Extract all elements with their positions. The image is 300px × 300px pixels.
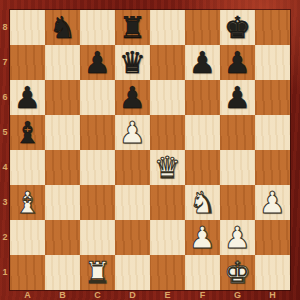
square-e5[interactable]	[150, 115, 185, 150]
file-label-f: F	[185, 290, 220, 300]
piece-black-knight: ♞	[49, 10, 76, 45]
square-h6[interactable]	[255, 80, 290, 115]
square-d7[interactable]: ♛	[115, 45, 150, 80]
rank-label-7: 7	[0, 45, 10, 80]
square-f7[interactable]: ♟	[185, 45, 220, 80]
square-f2[interactable]: ♟	[185, 220, 220, 255]
square-b7[interactable]	[45, 45, 80, 80]
rank-label-2: 2	[0, 220, 10, 255]
square-e2[interactable]	[150, 220, 185, 255]
file-label-a: A	[10, 290, 45, 300]
piece-black-bishop: ♝	[14, 115, 41, 150]
file-label-c: C	[80, 290, 115, 300]
square-e1[interactable]	[150, 255, 185, 290]
square-b2[interactable]	[45, 220, 80, 255]
square-a6[interactable]: ♟	[10, 80, 45, 115]
piece-black-rook: ♜	[119, 10, 146, 45]
square-e3[interactable]	[150, 185, 185, 220]
piece-white-pawn: ♟	[259, 185, 286, 220]
square-g6[interactable]: ♟	[220, 80, 255, 115]
square-b1[interactable]	[45, 255, 80, 290]
square-f5[interactable]	[185, 115, 220, 150]
file-label-d: D	[115, 290, 150, 300]
square-b8[interactable]: ♞	[45, 10, 80, 45]
rank-label-3: 3	[0, 185, 10, 220]
square-e4[interactable]: ♛	[150, 150, 185, 185]
square-f8[interactable]	[185, 10, 220, 45]
square-h2[interactable]	[255, 220, 290, 255]
piece-black-queen: ♛	[119, 45, 146, 80]
square-b3[interactable]	[45, 185, 80, 220]
square-d5[interactable]: ♟	[115, 115, 150, 150]
square-b5[interactable]	[45, 115, 80, 150]
square-g1[interactable]: ♚	[220, 255, 255, 290]
piece-black-pawn: ♟	[14, 80, 41, 115]
piece-black-king: ♚	[224, 10, 251, 45]
square-f4[interactable]	[185, 150, 220, 185]
square-c8[interactable]	[80, 10, 115, 45]
piece-black-pawn: ♟	[189, 45, 216, 80]
square-a5[interactable]: ♝	[10, 115, 45, 150]
file-label-h: H	[255, 290, 290, 300]
square-a3[interactable]: ♝	[10, 185, 45, 220]
square-c7[interactable]: ♟	[80, 45, 115, 80]
square-a1[interactable]	[10, 255, 45, 290]
rank-label-6: 6	[0, 80, 10, 115]
square-a7[interactable]	[10, 45, 45, 80]
piece-white-knight: ♞	[189, 185, 216, 220]
piece-white-rook: ♜	[84, 255, 111, 290]
square-h3[interactable]: ♟	[255, 185, 290, 220]
piece-black-pawn: ♟	[224, 45, 251, 80]
square-d6[interactable]: ♟	[115, 80, 150, 115]
piece-black-pawn: ♟	[224, 80, 251, 115]
square-c6[interactable]	[80, 80, 115, 115]
square-d4[interactable]	[115, 150, 150, 185]
square-f1[interactable]	[185, 255, 220, 290]
square-c3[interactable]	[80, 185, 115, 220]
square-h4[interactable]	[255, 150, 290, 185]
square-g5[interactable]	[220, 115, 255, 150]
file-label-g: G	[220, 290, 255, 300]
square-h1[interactable]	[255, 255, 290, 290]
piece-white-pawn: ♟	[189, 220, 216, 255]
square-a2[interactable]	[10, 220, 45, 255]
square-c2[interactable]	[80, 220, 115, 255]
square-e6[interactable]	[150, 80, 185, 115]
piece-black-pawn: ♟	[84, 45, 111, 80]
square-c1[interactable]: ♜	[80, 255, 115, 290]
square-g3[interactable]	[220, 185, 255, 220]
piece-white-pawn: ♟	[119, 115, 146, 150]
piece-white-queen: ♛	[154, 150, 181, 185]
rank-label-4: 4	[0, 150, 10, 185]
square-g2[interactable]: ♟	[220, 220, 255, 255]
chess-board: ♞♜♚♟♛♟♟♟♟♟♝♟♛♝♞♟♟♟♜♚	[10, 10, 290, 290]
piece-white-king: ♚	[224, 255, 251, 290]
square-d1[interactable]	[115, 255, 150, 290]
square-h5[interactable]	[255, 115, 290, 150]
square-e7[interactable]	[150, 45, 185, 80]
square-g8[interactable]: ♚	[220, 10, 255, 45]
rank-label-5: 5	[0, 115, 10, 150]
rank-label-1: 1	[0, 255, 10, 290]
square-f6[interactable]	[185, 80, 220, 115]
square-h7[interactable]	[255, 45, 290, 80]
square-b6[interactable]	[45, 80, 80, 115]
square-g4[interactable]	[220, 150, 255, 185]
square-h8[interactable]	[255, 10, 290, 45]
chessboard-frame: ♞♜♚♟♛♟♟♟♟♟♝♟♛♝♞♟♟♟♜♚ 87654321 ABCDEFGH	[0, 0, 300, 300]
square-e8[interactable]	[150, 10, 185, 45]
square-d3[interactable]	[115, 185, 150, 220]
square-d2[interactable]	[115, 220, 150, 255]
square-a8[interactable]	[10, 10, 45, 45]
square-g7[interactable]: ♟	[220, 45, 255, 80]
file-label-e: E	[150, 290, 185, 300]
square-c5[interactable]	[80, 115, 115, 150]
piece-white-bishop: ♝	[14, 185, 41, 220]
square-a4[interactable]	[10, 150, 45, 185]
square-f3[interactable]: ♞	[185, 185, 220, 220]
square-d8[interactable]: ♜	[115, 10, 150, 45]
file-label-b: B	[45, 290, 80, 300]
piece-black-pawn: ♟	[119, 80, 146, 115]
piece-white-pawn: ♟	[224, 220, 251, 255]
rank-label-8: 8	[0, 10, 10, 45]
square-c4[interactable]	[80, 150, 115, 185]
square-b4[interactable]	[45, 150, 80, 185]
